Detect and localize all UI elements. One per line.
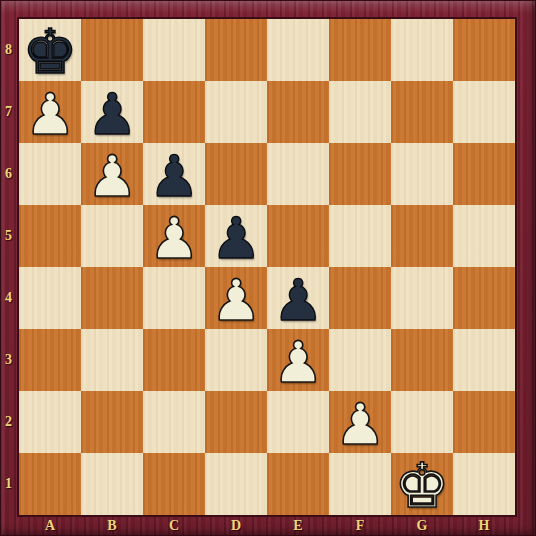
square-h7[interactable] (453, 81, 515, 143)
rank-label-1: 1 (0, 453, 17, 515)
chess-board: ♚♟♟♟♟♟♟♟♟♟♟♚ (19, 19, 515, 515)
square-c8[interactable] (143, 19, 205, 81)
rank-label-text: 4 (5, 290, 12, 306)
rank-label-text: 6 (5, 166, 12, 182)
rank-label-3: 3 (0, 329, 17, 391)
square-b3[interactable] (81, 329, 143, 391)
square-e4[interactable]: ♟ (267, 267, 329, 329)
rank-label-6: 6 (0, 143, 17, 205)
square-g4[interactable] (391, 267, 453, 329)
rank-label-2: 2 (0, 391, 17, 453)
square-c7[interactable] (143, 81, 205, 143)
file-label-text: H (479, 518, 490, 534)
square-b2[interactable] (81, 391, 143, 453)
square-g2[interactable] (391, 391, 453, 453)
square-a8[interactable]: ♚ (19, 19, 81, 81)
file-label-b: B (81, 515, 143, 536)
square-b5[interactable] (81, 205, 143, 267)
rank-label-text: 2 (5, 414, 12, 430)
file-label-text: F (356, 518, 365, 534)
piece-white-king-g1[interactable]: ♚ (391, 455, 453, 517)
rank-label-8: 8 (0, 19, 17, 81)
piece-black-pawn-d5[interactable]: ♟ (205, 207, 267, 269)
square-d4[interactable]: ♟ (205, 267, 267, 329)
square-a4[interactable] (19, 267, 81, 329)
square-g8[interactable] (391, 19, 453, 81)
rank-label-text: 1 (5, 476, 12, 492)
square-f4[interactable] (329, 267, 391, 329)
file-label-c: C (143, 515, 205, 536)
square-b4[interactable] (81, 267, 143, 329)
square-e3[interactable]: ♟ (267, 329, 329, 391)
square-b6[interactable]: ♟ (81, 143, 143, 205)
square-g6[interactable] (391, 143, 453, 205)
file-label-text: E (293, 518, 302, 534)
square-f7[interactable] (329, 81, 391, 143)
rank-label-text: 7 (5, 104, 12, 120)
piece-black-pawn-e4[interactable]: ♟ (267, 269, 329, 331)
square-a2[interactable] (19, 391, 81, 453)
square-c1[interactable] (143, 453, 205, 515)
square-e8[interactable] (267, 19, 329, 81)
rank-label-4: 4 (0, 267, 17, 329)
piece-white-pawn-f2[interactable]: ♟ (329, 393, 391, 455)
square-a7[interactable]: ♟ (19, 81, 81, 143)
chessboard-screenshot: 87654321 ♚♟♟♟♟♟♟♟♟♟♟♚ ABCDEFGH (0, 0, 536, 536)
square-h8[interactable] (453, 19, 515, 81)
file-label-text: B (107, 518, 116, 534)
file-label-text: G (417, 518, 428, 534)
square-e7[interactable] (267, 81, 329, 143)
square-h1[interactable] (453, 453, 515, 515)
piece-black-pawn-b7[interactable]: ♟ (81, 83, 143, 145)
square-e1[interactable] (267, 453, 329, 515)
square-d3[interactable] (205, 329, 267, 391)
piece-white-pawn-e3[interactable]: ♟ (267, 331, 329, 393)
piece-white-pawn-a7[interactable]: ♟ (19, 83, 81, 145)
rank-labels: 87654321 (0, 19, 17, 515)
square-f8[interactable] (329, 19, 391, 81)
square-g1[interactable]: ♚ (391, 453, 453, 515)
square-a5[interactable] (19, 205, 81, 267)
square-d1[interactable] (205, 453, 267, 515)
square-c4[interactable] (143, 267, 205, 329)
square-h6[interactable] (453, 143, 515, 205)
square-f2[interactable]: ♟ (329, 391, 391, 453)
square-c3[interactable] (143, 329, 205, 391)
square-e5[interactable] (267, 205, 329, 267)
file-label-text: D (231, 518, 241, 534)
piece-white-pawn-d4[interactable]: ♟ (205, 269, 267, 331)
piece-black-king-a8[interactable]: ♚ (19, 21, 81, 83)
square-h3[interactable] (453, 329, 515, 391)
square-d6[interactable] (205, 143, 267, 205)
square-c6[interactable]: ♟ (143, 143, 205, 205)
square-e2[interactable] (267, 391, 329, 453)
file-label-e: E (267, 515, 329, 536)
square-g5[interactable] (391, 205, 453, 267)
square-c2[interactable] (143, 391, 205, 453)
square-a3[interactable] (19, 329, 81, 391)
square-c5[interactable]: ♟ (143, 205, 205, 267)
square-f3[interactable] (329, 329, 391, 391)
file-labels: ABCDEFGH (19, 515, 515, 536)
file-label-d: D (205, 515, 267, 536)
square-f5[interactable] (329, 205, 391, 267)
square-a1[interactable] (19, 453, 81, 515)
square-a6[interactable] (19, 143, 81, 205)
square-g3[interactable] (391, 329, 453, 391)
square-e6[interactable] (267, 143, 329, 205)
square-f6[interactable] (329, 143, 391, 205)
board-border: ♚♟♟♟♟♟♟♟♟♟♟♚ (17, 17, 517, 517)
square-b7[interactable]: ♟ (81, 81, 143, 143)
file-label-f: F (329, 515, 391, 536)
square-h2[interactable] (453, 391, 515, 453)
square-d5[interactable]: ♟ (205, 205, 267, 267)
rank-label-text: 5 (5, 228, 12, 244)
square-d2[interactable] (205, 391, 267, 453)
rank-label-7: 7 (0, 81, 17, 143)
square-g7[interactable] (391, 81, 453, 143)
rank-label-5: 5 (0, 205, 17, 267)
square-d7[interactable] (205, 81, 267, 143)
piece-white-pawn-b6[interactable]: ♟ (81, 145, 143, 207)
piece-white-pawn-c5[interactable]: ♟ (143, 207, 205, 269)
square-h4[interactable] (453, 267, 515, 329)
square-b1[interactable] (81, 453, 143, 515)
file-label-h: H (453, 515, 515, 536)
square-d8[interactable] (205, 19, 267, 81)
rank-label-text: 8 (5, 42, 12, 58)
square-b8[interactable] (81, 19, 143, 81)
piece-black-pawn-c6[interactable]: ♟ (143, 145, 205, 207)
square-h5[interactable] (453, 205, 515, 267)
rank-label-text: 3 (5, 352, 12, 368)
file-label-text: A (45, 518, 55, 534)
file-label-a: A (19, 515, 81, 536)
file-label-text: C (169, 518, 179, 534)
square-f1[interactable] (329, 453, 391, 515)
file-label-g: G (391, 515, 453, 536)
